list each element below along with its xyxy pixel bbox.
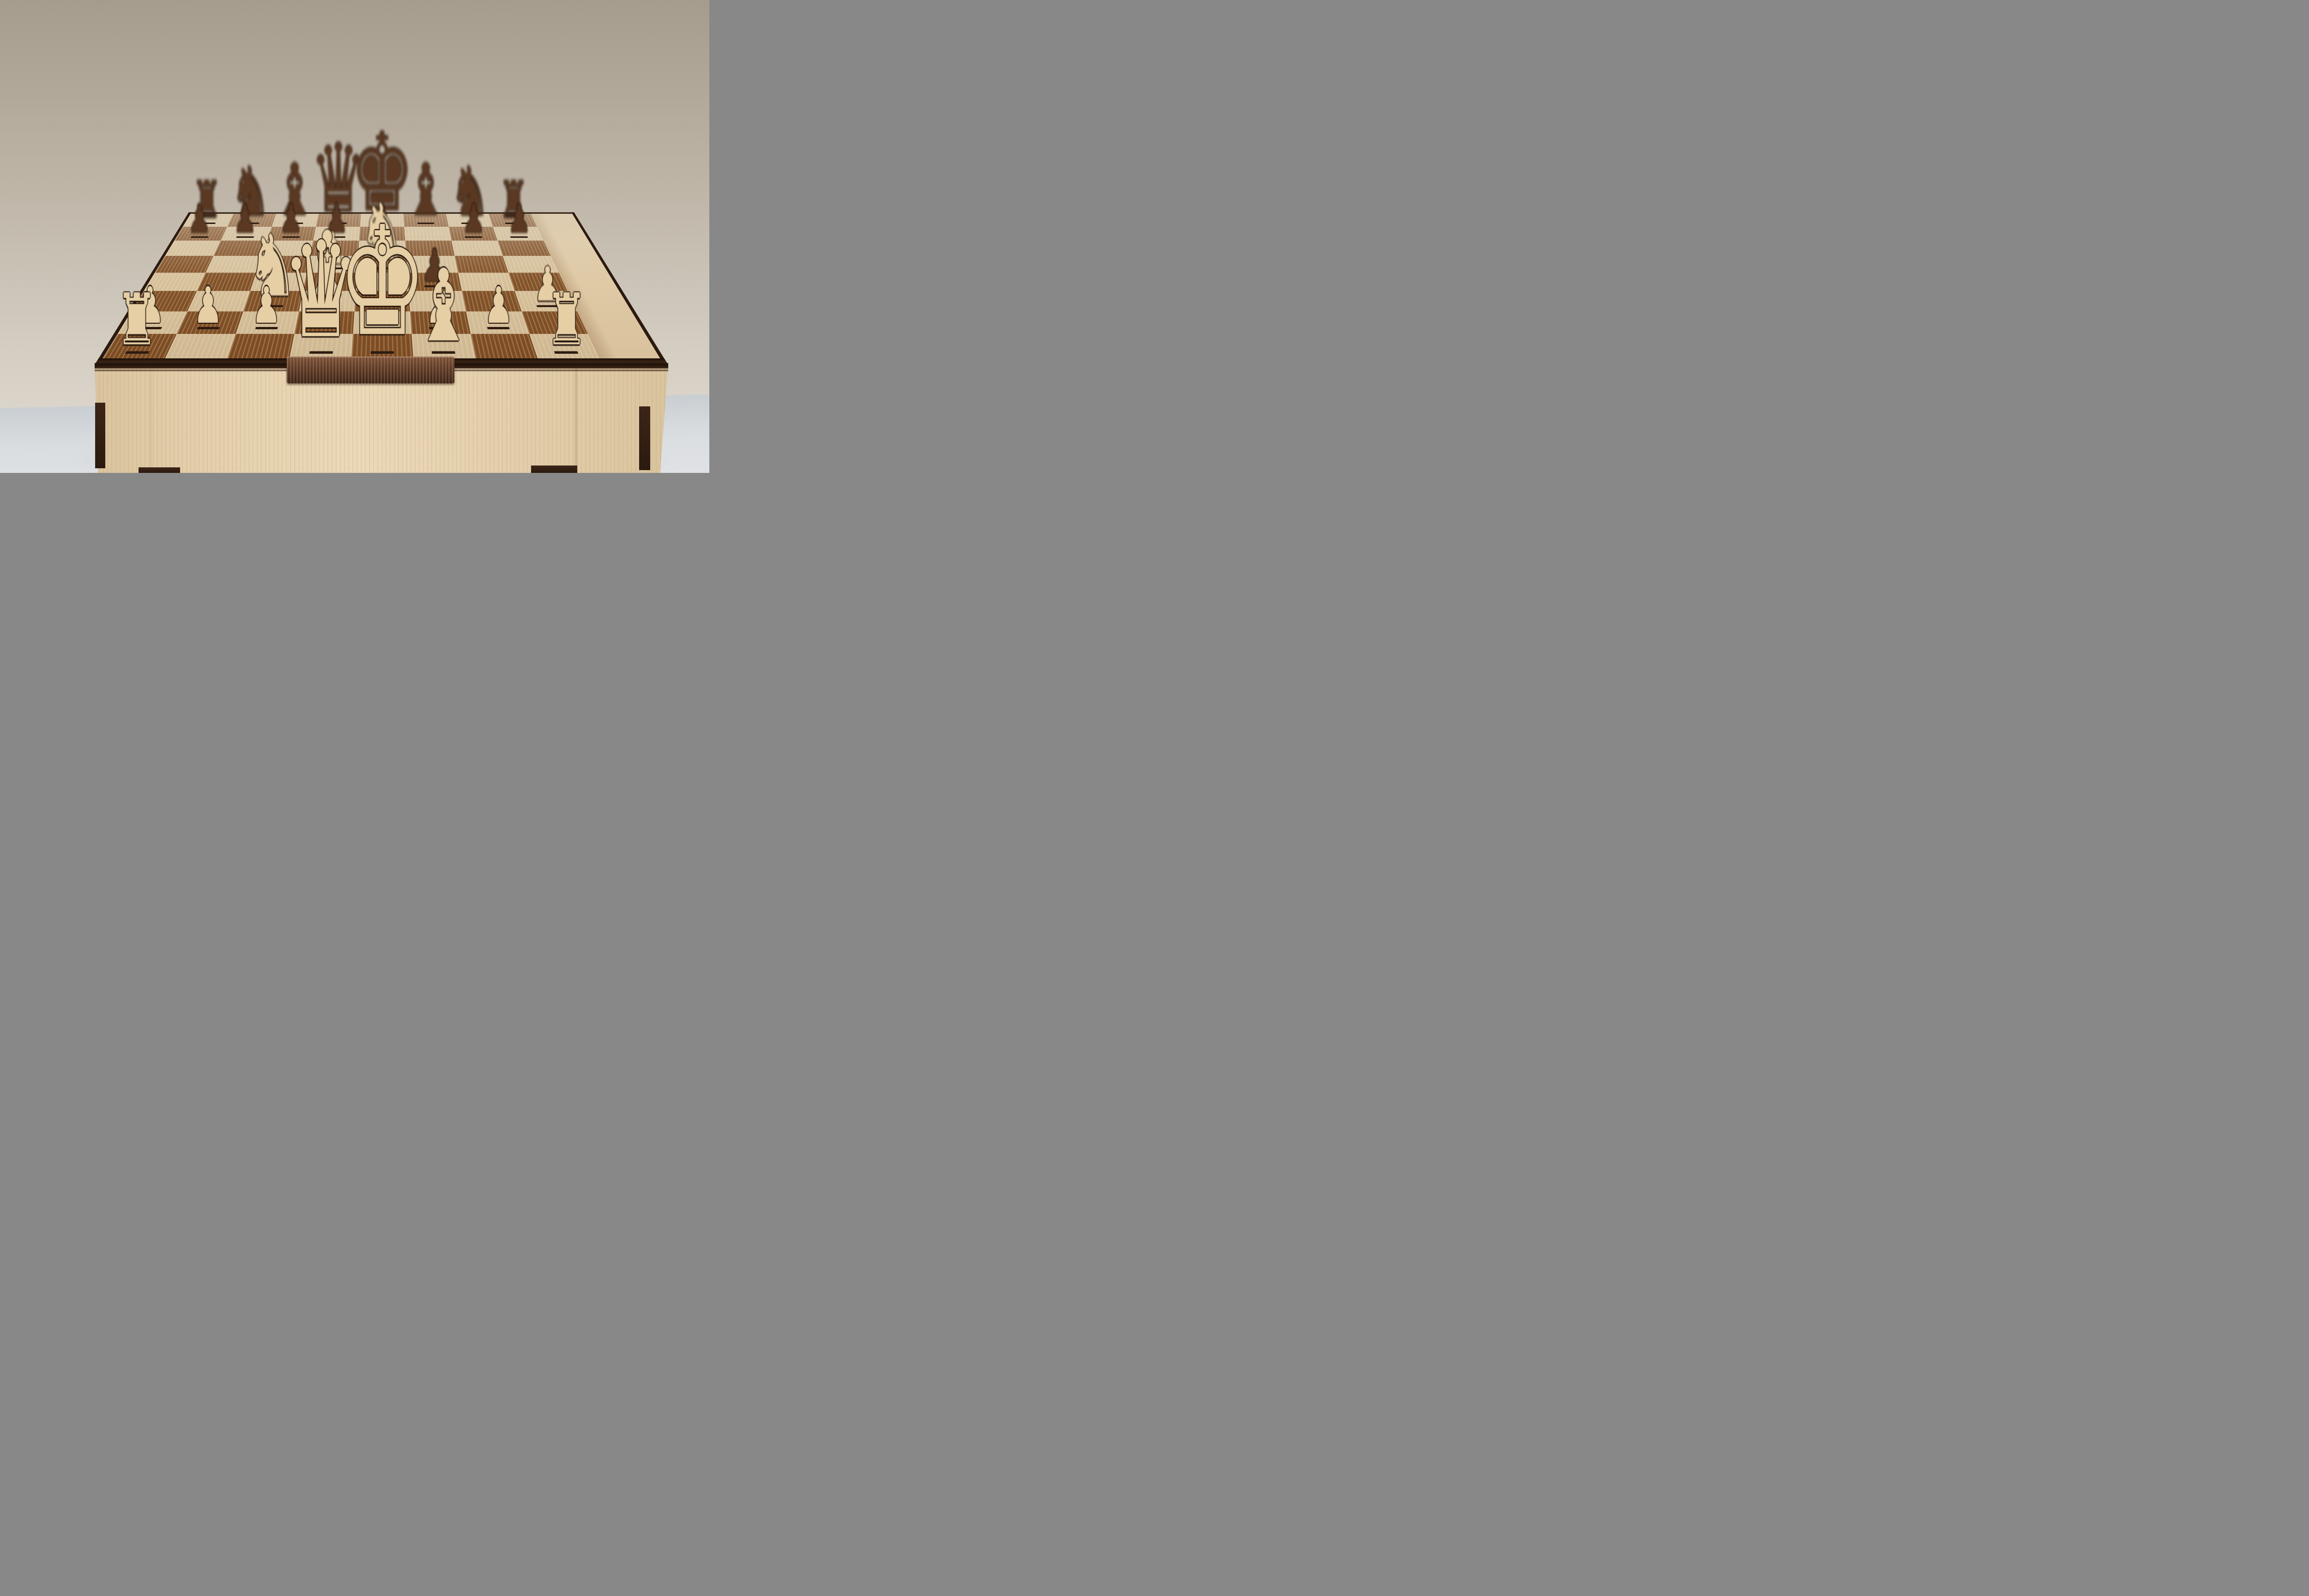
- square-b5[interactable]: [206, 256, 261, 272]
- square-a5[interactable]: [155, 256, 213, 272]
- square-h5[interactable]: [502, 256, 559, 272]
- square-e5[interactable]: [357, 256, 407, 272]
- square-f5[interactable]: [406, 256, 458, 272]
- square-e4[interactable]: [356, 273, 409, 291]
- square-d4[interactable]: [303, 273, 357, 291]
- square-h8[interactable]: [488, 214, 537, 227]
- square-a8[interactable]: [183, 214, 234, 227]
- square-c4[interactable]: [250, 273, 307, 291]
- square-e2[interactable]: [353, 311, 411, 334]
- square-f3[interactable]: [409, 291, 466, 311]
- square-c3[interactable]: [243, 291, 302, 311]
- square-e1[interactable]: [351, 334, 414, 359]
- square-f8[interactable]: [403, 214, 448, 227]
- square-e6[interactable]: [358, 241, 406, 256]
- square-h7[interactable]: [493, 227, 544, 241]
- square-h2[interactable]: [521, 311, 588, 334]
- square-d2[interactable]: [294, 311, 354, 334]
- square-c6[interactable]: [262, 241, 313, 256]
- square-e8[interactable]: [360, 214, 405, 227]
- square-f2[interactable]: [410, 311, 471, 334]
- chess-board: ♜♞♝♛♚♝♞♜♟♟♟♟♟♟♟♟♞♟♞♝♟♟♟♟♟♟♜♛♚♝♜: [95, 212, 668, 365]
- corner-joint-tab-left: [95, 403, 105, 468]
- square-g4[interactable]: [458, 273, 515, 291]
- square-b6[interactable]: [213, 241, 266, 256]
- drawer-pull-handle[interactable]: [287, 357, 454, 383]
- checkerboard: [103, 214, 600, 359]
- square-b1[interactable]: [165, 334, 236, 359]
- square-g2[interactable]: [466, 311, 529, 334]
- corner-joint-tab-right: [639, 406, 650, 470]
- photo-scene: ♜♞♝♛♚♝♞♜♟♟♟♟♟♟♟♟♞♟♞♝♟♟♟♟♟♟♜♛♚♝♜: [0, 0, 709, 473]
- square-c2[interactable]: [236, 311, 299, 334]
- square-g8[interactable]: [446, 214, 492, 227]
- wood-grain-streak: [150, 363, 151, 473]
- square-f1[interactable]: [412, 334, 476, 359]
- square-h4[interactable]: [508, 273, 568, 291]
- square-e7[interactable]: [359, 227, 405, 241]
- square-g5[interactable]: [454, 256, 508, 272]
- square-d6[interactable]: [310, 241, 359, 256]
- bottom-joint-tab: [531, 465, 577, 473]
- square-d1[interactable]: [289, 334, 353, 359]
- square-h3[interactable]: [514, 291, 577, 311]
- square-b4[interactable]: [197, 273, 256, 291]
- square-b2[interactable]: [177, 311, 243, 334]
- square-c7[interactable]: [267, 227, 316, 241]
- square-g1[interactable]: [471, 334, 538, 359]
- chess-board-lid: ♜♞♝♛♚♝♞♜♟♟♟♟♟♟♟♟♞♟♞♝♟♟♟♟♟♟♜♛♚♝♜: [95, 212, 668, 365]
- square-g6[interactable]: [451, 241, 502, 256]
- square-c5[interactable]: [256, 256, 310, 272]
- wood-grain-streak: [575, 363, 577, 473]
- square-d5[interactable]: [307, 256, 358, 272]
- square-a4[interactable]: [144, 273, 206, 291]
- square-f4[interactable]: [407, 273, 461, 291]
- square-d7[interactable]: [313, 227, 360, 241]
- square-b8[interactable]: [227, 214, 276, 227]
- square-b7[interactable]: [221, 227, 272, 241]
- square-e3[interactable]: [355, 291, 411, 311]
- square-g7[interactable]: [448, 227, 497, 241]
- square-c1[interactable]: [227, 334, 294, 359]
- square-d3[interactable]: [299, 291, 356, 311]
- square-a3[interactable]: [132, 291, 197, 311]
- square-a6[interactable]: [165, 241, 221, 256]
- square-h6[interactable]: [497, 241, 551, 256]
- square-f6[interactable]: [405, 241, 454, 256]
- square-d8[interactable]: [316, 214, 361, 227]
- bottom-joint-tab: [139, 467, 180, 473]
- square-h1[interactable]: [529, 334, 600, 359]
- square-g3[interactable]: [462, 291, 522, 311]
- square-a7[interactable]: [175, 227, 227, 241]
- square-f7[interactable]: [404, 227, 451, 241]
- square-c8[interactable]: [272, 214, 318, 227]
- square-b3[interactable]: [187, 291, 250, 311]
